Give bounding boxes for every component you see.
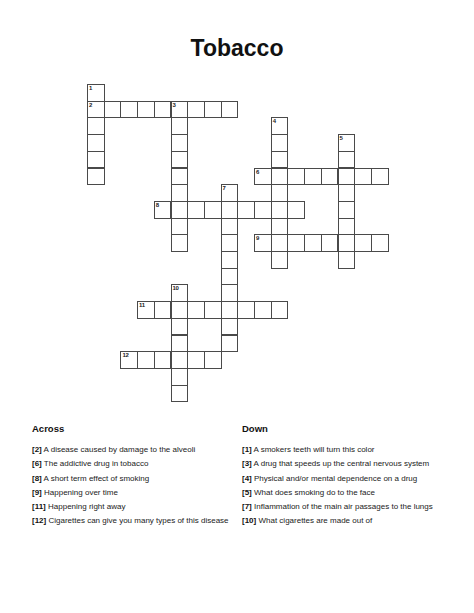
cell-r7c6[interactable] <box>187 201 205 219</box>
clue-number-label: [9] <box>32 488 42 497</box>
cell-r13c6[interactable] <box>187 301 205 319</box>
cell-r3c11[interactable] <box>271 134 289 152</box>
cell-r9c17[interactable] <box>371 234 389 252</box>
cell-r9c10[interactable]: 9 <box>254 234 272 252</box>
clue-down-10: [10] What cigarettes are made out of <box>242 514 472 528</box>
cell-r1c8[interactable] <box>221 101 239 119</box>
clue-down-1: [1] A smokers teeth will turn this color <box>242 443 472 457</box>
cell-r5c12[interactable] <box>287 168 305 186</box>
cell-r9c8[interactable] <box>221 234 239 252</box>
cell-r6c5[interactable] <box>171 184 189 202</box>
cell-r11c8[interactable] <box>221 268 239 286</box>
down-clue-list: [1] A smokers teeth will turn this color… <box>242 443 472 529</box>
cell-r1c4[interactable] <box>154 101 172 119</box>
cell-r9c5[interactable] <box>171 234 189 252</box>
clue-number-label: [4] <box>242 474 252 483</box>
cell-r15c8[interactable] <box>221 335 239 353</box>
cell-r3c0[interactable] <box>87 134 105 152</box>
cell-r8c5[interactable] <box>171 218 189 236</box>
cell-number-10: 10 <box>173 285 179 292</box>
cell-r8c11[interactable] <box>271 218 289 236</box>
cell-r3c15[interactable]: 5 <box>338 134 356 152</box>
clue-number-label: [10] <box>242 516 256 525</box>
cell-r5c17[interactable] <box>371 168 389 186</box>
clue-number-label: [7] <box>242 502 252 511</box>
cell-r13c5[interactable] <box>171 301 189 319</box>
cell-r0c0[interactable]: 1 <box>87 84 105 102</box>
crossword-grid: 123456789101112 <box>87 84 389 402</box>
cell-r16c4[interactable] <box>154 351 172 369</box>
cell-r9c14[interactable] <box>321 234 339 252</box>
page: { "game": "crossword", "title": "Tobacco… <box>0 0 474 613</box>
cell-r6c15[interactable] <box>338 184 356 202</box>
cell-r7c10[interactable] <box>254 201 272 219</box>
cell-r13c7[interactable] <box>204 301 222 319</box>
cell-r4c5[interactable] <box>171 151 189 169</box>
cell-r6c11[interactable] <box>271 184 289 202</box>
cell-r10c8[interactable] <box>221 251 239 269</box>
clue-down-3: [3] A drug that speeds up the central ne… <box>242 457 472 471</box>
cell-r9c15[interactable] <box>338 234 356 252</box>
cell-r13c8[interactable] <box>221 301 239 319</box>
cell-number-11: 11 <box>139 302 145 309</box>
cell-r12c8[interactable] <box>221 284 239 302</box>
clue-number-label: [11] <box>32 502 46 511</box>
cell-r5c14[interactable] <box>321 168 339 186</box>
cell-number-6: 6 <box>256 169 259 176</box>
cell-r10c11[interactable] <box>271 251 289 269</box>
cell-number-4: 4 <box>273 118 276 125</box>
cell-r4c15[interactable] <box>338 151 356 169</box>
cell-r1c0[interactable]: 2 <box>87 101 105 119</box>
cell-r1c5[interactable]: 3 <box>171 101 189 119</box>
across-header: Across <box>32 424 242 434</box>
cell-r7c9[interactable] <box>237 201 255 219</box>
cell-r5c16[interactable] <box>354 168 372 186</box>
cell-r6c8[interactable]: 7 <box>221 184 239 202</box>
cell-r1c2[interactable] <box>120 101 138 119</box>
cell-r2c11[interactable]: 4 <box>271 117 289 135</box>
cell-number-8: 8 <box>156 202 159 209</box>
cell-r5c10[interactable]: 6 <box>254 168 272 186</box>
cell-r4c11[interactable] <box>271 151 289 169</box>
cell-r8c15[interactable] <box>338 218 356 236</box>
cell-r9c11[interactable] <box>271 234 289 252</box>
cell-r16c3[interactable] <box>137 351 155 369</box>
clue-down-4: [4] Physical and/or mental dependence on… <box>242 472 472 486</box>
cell-r13c10[interactable] <box>254 301 272 319</box>
clue-down-5: [5] What does smoking do to the face <box>242 486 472 500</box>
cell-r15c5[interactable] <box>171 335 189 353</box>
cell-r7c5[interactable] <box>171 201 189 219</box>
cell-r5c13[interactable] <box>304 168 322 186</box>
cell-r14c8[interactable] <box>221 318 239 336</box>
cell-r16c6[interactable] <box>187 351 205 369</box>
cell-r16c5[interactable] <box>171 351 189 369</box>
cell-r1c7[interactable] <box>204 101 222 119</box>
cell-r16c2[interactable]: 12 <box>120 351 138 369</box>
cell-number-12: 12 <box>122 352 128 359</box>
cell-r7c15[interactable] <box>338 201 356 219</box>
cell-r1c6[interactable] <box>187 101 205 119</box>
cell-r5c11[interactable] <box>271 168 289 186</box>
clue-number-label: [1] <box>242 445 252 454</box>
clue-number-label: [8] <box>32 474 42 483</box>
cell-r2c5[interactable] <box>171 117 189 135</box>
clue-down-7: [7] Inflammation of the main air passage… <box>242 500 472 514</box>
cell-r18c5[interactable] <box>171 385 189 403</box>
cell-r14c5[interactable] <box>171 318 189 336</box>
cell-r13c3[interactable]: 11 <box>137 301 155 319</box>
clue-number-label: [5] <box>242 488 252 497</box>
clue-number-label: [12] <box>32 516 46 525</box>
puzzle-title: Tobacco <box>0 37 474 60</box>
across-clue-list: [2] A disease caused by damage to the al… <box>32 443 242 529</box>
down-header: Down <box>242 424 472 434</box>
clue-across-8: [8] A short term effect of smoking <box>32 472 242 486</box>
cell-r7c4[interactable]: 8 <box>154 201 172 219</box>
clue-across-9: [9] Happening over time <box>32 486 242 500</box>
down-section: Down [1] A smokers teeth will turn this … <box>242 424 472 529</box>
cell-number-3: 3 <box>173 102 176 109</box>
cell-r4c0[interactable] <box>87 151 105 169</box>
cell-r13c9[interactable] <box>237 301 255 319</box>
cell-r2c0[interactable] <box>87 117 105 135</box>
cell-r7c8[interactable] <box>221 201 239 219</box>
cell-r5c5[interactable] <box>171 168 189 186</box>
cell-r7c7[interactable] <box>204 201 222 219</box>
cell-r17c5[interactable] <box>171 368 189 386</box>
cell-r1c3[interactable] <box>137 101 155 119</box>
cell-number-9: 9 <box>256 235 259 242</box>
cell-r8c8[interactable] <box>221 218 239 236</box>
clue-across-11: [11] Happening right away <box>32 500 242 514</box>
cell-r3c5[interactable] <box>171 134 189 152</box>
cell-r9c13[interactable] <box>304 234 322 252</box>
cell-number-5: 5 <box>340 135 343 142</box>
cell-r7c11[interactable] <box>271 201 289 219</box>
cell-r5c15[interactable] <box>338 168 356 186</box>
cell-r13c11[interactable] <box>271 301 289 319</box>
cell-r16c7[interactable] <box>204 351 222 369</box>
cell-r7c12[interactable] <box>287 201 305 219</box>
clue-number-label: [2] <box>32 445 42 454</box>
clue-across-6: [6] The addictive drug in tobacco <box>32 457 242 471</box>
cell-r1c1[interactable] <box>104 101 122 119</box>
cell-r10c15[interactable] <box>338 251 356 269</box>
cell-r5c0[interactable] <box>87 168 105 186</box>
cell-number-1: 1 <box>89 85 92 92</box>
cell-r12c5[interactable]: 10 <box>171 284 189 302</box>
cell-r9c12[interactable] <box>287 234 305 252</box>
clue-number-label: [6] <box>32 459 42 468</box>
clue-number-label: [3] <box>242 459 252 468</box>
across-section: Across [2] A disease caused by damage to… <box>32 424 242 529</box>
cell-number-7: 7 <box>223 185 226 192</box>
clue-across-2: [2] A disease caused by damage to the al… <box>32 443 242 457</box>
cell-r9c16[interactable] <box>354 234 372 252</box>
cell-r13c4[interactable] <box>154 301 172 319</box>
cell-number-2: 2 <box>89 102 92 109</box>
clue-across-12: [12] Cigarettes can give you many types … <box>32 514 242 528</box>
